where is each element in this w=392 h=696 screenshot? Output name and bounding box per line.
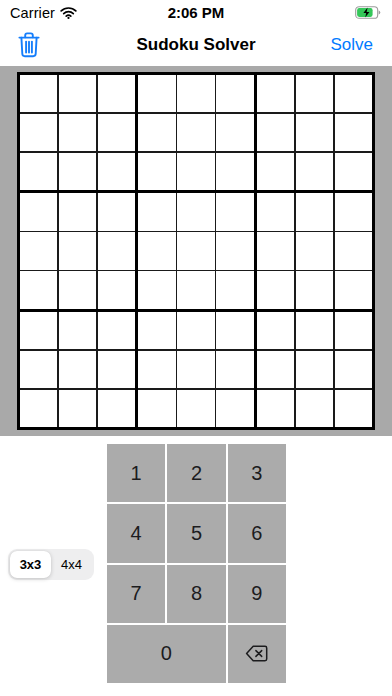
- sudoku-cell-r1c7[interactable]: [257, 75, 294, 112]
- sudoku-cell-r1c6[interactable]: [216, 75, 253, 112]
- sudoku-cell-r3c8[interactable]: [296, 153, 333, 190]
- key-4[interactable]: 4: [107, 504, 165, 562]
- sudoku-cell-r6c4[interactable]: [138, 271, 175, 308]
- sudoku-cell-r4c1[interactable]: [20, 193, 57, 230]
- sudoku-cell-r8c4[interactable]: [138, 351, 175, 388]
- key-7[interactable]: 7: [107, 565, 165, 623]
- sudoku-cell-r2c7[interactable]: [257, 114, 294, 151]
- sudoku-cell-r2c3[interactable]: [98, 114, 135, 151]
- sudoku-cell-r4c4[interactable]: [138, 193, 175, 230]
- sudoku-cell-r6c7[interactable]: [257, 271, 294, 308]
- sudoku-cell-r8c3[interactable]: [98, 351, 135, 388]
- sudoku-cell-r9c8[interactable]: [296, 390, 333, 427]
- sudoku-box-5: [138, 193, 253, 308]
- sudoku-box-3: [257, 75, 372, 190]
- sudoku-cell-r5c3[interactable]: [98, 232, 135, 269]
- sudoku-cell-r9c5[interactable]: [177, 390, 214, 427]
- sudoku-cell-r6c8[interactable]: [296, 271, 333, 308]
- key-backspace[interactable]: [228, 625, 286, 683]
- sudoku-cell-r1c2[interactable]: [59, 75, 96, 112]
- sudoku-cell-r9c2[interactable]: [59, 390, 96, 427]
- sudoku-cell-r4c7[interactable]: [257, 193, 294, 230]
- sudoku-cell-r7c4[interactable]: [138, 312, 175, 349]
- key-8[interactable]: 8: [167, 565, 225, 623]
- sudoku-cell-r5c4[interactable]: [138, 232, 175, 269]
- sudoku-cell-r7c9[interactable]: [335, 312, 372, 349]
- sudoku-box-4: [20, 193, 135, 308]
- sudoku-cell-r1c4[interactable]: [138, 75, 175, 112]
- sudoku-box-9: [257, 312, 372, 427]
- sudoku-box-8: [138, 312, 253, 427]
- grid-size-toggle: 3x34x4: [8, 549, 94, 580]
- sudoku-cell-r1c1[interactable]: [20, 75, 57, 112]
- sudoku-cell-r4c3[interactable]: [98, 193, 135, 230]
- sudoku-cell-r1c9[interactable]: [335, 75, 372, 112]
- sudoku-cell-r4c8[interactable]: [296, 193, 333, 230]
- sudoku-cell-r2c2[interactable]: [59, 114, 96, 151]
- board-area: [0, 66, 392, 436]
- key-0[interactable]: 0: [107, 625, 226, 683]
- app-screen: Carrier 2:06 PM: [0, 0, 392, 696]
- sudoku-cell-r2c6[interactable]: [216, 114, 253, 151]
- key-2[interactable]: 2: [167, 444, 225, 502]
- battery-charging-icon: [355, 6, 381, 19]
- sudoku-cell-r7c7[interactable]: [257, 312, 294, 349]
- sudoku-cell-r8c6[interactable]: [216, 351, 253, 388]
- sudoku-cell-r7c3[interactable]: [98, 312, 135, 349]
- sudoku-cell-r7c5[interactable]: [177, 312, 214, 349]
- sudoku-cell-r2c8[interactable]: [296, 114, 333, 151]
- sudoku-cell-r3c3[interactable]: [98, 153, 135, 190]
- sudoku-cell-r4c6[interactable]: [216, 193, 253, 230]
- sudoku-cell-r5c9[interactable]: [335, 232, 372, 269]
- sudoku-cell-r5c7[interactable]: [257, 232, 294, 269]
- sudoku-cell-r7c6[interactable]: [216, 312, 253, 349]
- sudoku-cell-r7c2[interactable]: [59, 312, 96, 349]
- sudoku-cell-r8c2[interactable]: [59, 351, 96, 388]
- sudoku-cell-r8c9[interactable]: [335, 351, 372, 388]
- sudoku-cell-r8c5[interactable]: [177, 351, 214, 388]
- carrier-label: Carrier: [10, 5, 55, 21]
- sudoku-cell-r6c3[interactable]: [98, 271, 135, 308]
- sudoku-cell-r5c8[interactable]: [296, 232, 333, 269]
- solve-button[interactable]: Solve: [330, 35, 373, 55]
- sudoku-cell-r8c7[interactable]: [257, 351, 294, 388]
- sudoku-cell-r4c2[interactable]: [59, 193, 96, 230]
- key-5[interactable]: 5: [167, 504, 225, 562]
- sudoku-grid: [17, 72, 375, 430]
- sudoku-cell-r4c5[interactable]: [177, 193, 214, 230]
- sudoku-cell-r3c6[interactable]: [216, 153, 253, 190]
- sudoku-cell-r3c5[interactable]: [177, 153, 214, 190]
- sudoku-cell-r5c6[interactable]: [216, 232, 253, 269]
- sudoku-cell-r1c3[interactable]: [98, 75, 135, 112]
- status-bar: Carrier 2:06 PM: [0, 0, 392, 23]
- sudoku-cell-r3c1[interactable]: [20, 153, 57, 190]
- key-6[interactable]: 6: [228, 504, 286, 562]
- sudoku-cell-r3c2[interactable]: [59, 153, 96, 190]
- sudoku-cell-r2c9[interactable]: [335, 114, 372, 151]
- sudoku-cell-r9c6[interactable]: [216, 390, 253, 427]
- sudoku-cell-r1c8[interactable]: [296, 75, 333, 112]
- sudoku-cell-r6c2[interactable]: [59, 271, 96, 308]
- sudoku-cell-r3c4[interactable]: [138, 153, 175, 190]
- sudoku-cell-r8c1[interactable]: [20, 351, 57, 388]
- sudoku-cell-r9c9[interactable]: [335, 390, 372, 427]
- sudoku-cell-r1c5[interactable]: [177, 75, 214, 112]
- sudoku-box-1: [20, 75, 135, 190]
- sudoku-box-6: [257, 193, 372, 308]
- sudoku-cell-r6c1[interactable]: [20, 271, 57, 308]
- sudoku-cell-r7c1[interactable]: [20, 312, 57, 349]
- sudoku-cell-r3c9[interactable]: [335, 153, 372, 190]
- sudoku-cell-r2c5[interactable]: [177, 114, 214, 151]
- key-1[interactable]: 1: [107, 444, 165, 502]
- sudoku-cell-r5c2[interactable]: [59, 232, 96, 269]
- sudoku-cell-r2c4[interactable]: [138, 114, 175, 151]
- sudoku-cell-r9c3[interactable]: [98, 390, 135, 427]
- size-option-4x4[interactable]: 4x4: [51, 551, 92, 578]
- wifi-icon: [60, 7, 77, 19]
- number-keypad: 1234567890: [107, 444, 286, 683]
- sudoku-cell-r8c8[interactable]: [296, 351, 333, 388]
- sudoku-box-2: [138, 75, 253, 190]
- size-option-3x3[interactable]: 3x3: [10, 551, 51, 578]
- sudoku-cell-r7c8[interactable]: [296, 312, 333, 349]
- sudoku-cell-r9c7[interactable]: [257, 390, 294, 427]
- sudoku-cell-r5c1[interactable]: [20, 232, 57, 269]
- sudoku-cell-r2c1[interactable]: [20, 114, 57, 151]
- sudoku-cell-r6c5[interactable]: [177, 271, 214, 308]
- key-9[interactable]: 9: [228, 565, 286, 623]
- nav-bar: Sudoku Solver Solve: [0, 23, 392, 66]
- sudoku-box-7: [20, 312, 135, 427]
- sudoku-cell-r4c9[interactable]: [335, 193, 372, 230]
- sudoku-cell-r9c1[interactable]: [20, 390, 57, 427]
- clock: 2:06 PM: [168, 4, 225, 21]
- sudoku-cell-r6c6[interactable]: [216, 271, 253, 308]
- backspace-icon: [245, 645, 268, 662]
- sudoku-cell-r3c7[interactable]: [257, 153, 294, 190]
- sudoku-cell-r5c5[interactable]: [177, 232, 214, 269]
- sudoku-cell-r9c4[interactable]: [138, 390, 175, 427]
- sudoku-cell-r6c9[interactable]: [335, 271, 372, 308]
- trash-icon[interactable]: [17, 31, 41, 59]
- key-3[interactable]: 3: [228, 444, 286, 502]
